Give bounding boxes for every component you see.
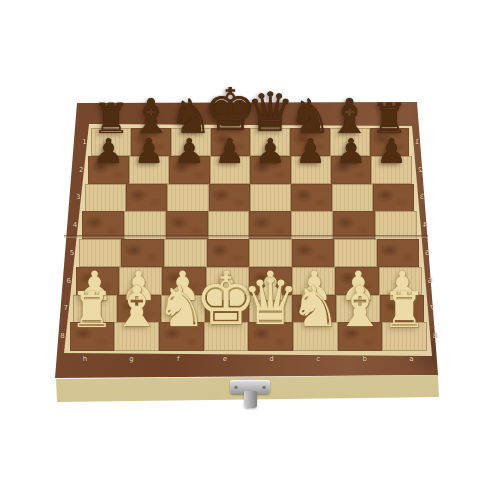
file-label-bottom-a: a: [409, 355, 413, 363]
black-pawn-h2: ♟: [93, 134, 124, 168]
fold-seam: [64, 235, 428, 238]
rank-label-right-1: 1: [415, 138, 419, 146]
white-bishop-b8: ♝: [335, 279, 385, 335]
white-knight-c8: ♞: [290, 279, 340, 335]
square-d3: [250, 184, 291, 212]
file-label-bottom-e: e: [223, 355, 227, 363]
square-f3: [167, 184, 208, 212]
file-label-bottom-h: h: [83, 355, 87, 363]
rank-label-right-7: 7: [430, 304, 434, 312]
black-pawn-a2: ♟: [376, 134, 407, 168]
file-label-bottom-g: g: [129, 355, 133, 363]
file-label-bottom-c: c: [316, 355, 320, 363]
black-pawn-d2: ♟: [255, 134, 286, 168]
black-pawn-b2: ♟: [336, 134, 367, 168]
square-b3: [332, 184, 373, 212]
rank-label-right-6: 6: [428, 277, 432, 285]
rank-label-right-3: 3: [420, 193, 424, 201]
square-h3: [85, 184, 126, 212]
rank-label-left-4: 4: [73, 221, 77, 229]
board-rank-row: [85, 184, 414, 212]
clasp-screw-icon: [234, 385, 238, 389]
rank-label-left-3: 3: [76, 193, 80, 201]
file-label-bottom-f: f: [177, 355, 179, 363]
box-clasp-tongue-icon: [244, 391, 257, 408]
rank-label-right-5: 5: [425, 249, 429, 257]
square-g3: [126, 184, 167, 212]
product-photo: 1122334455667788hgfedcba ♜♝♞♚♛♞♝♜♟♟♟♟♟♟♟…: [0, 0, 500, 500]
file-label-bottom-b: b: [363, 355, 367, 363]
white-rook-h8: ♜: [70, 285, 114, 334]
black-pawn-e2: ♟: [214, 134, 245, 168]
white-bishop-g8: ♝: [111, 279, 161, 335]
file-label-bottom-d: d: [269, 355, 273, 363]
black-pawn-c2: ♟: [295, 134, 326, 168]
square-a3: [373, 184, 414, 212]
square-e3: [209, 184, 250, 212]
rank-label-right-4: 4: [423, 221, 427, 229]
rank-label-left-8: 8: [60, 332, 64, 340]
rank-label-left-7: 7: [63, 304, 67, 312]
black-pawn-g2: ♟: [134, 134, 165, 168]
rank-label-left-5: 5: [70, 249, 74, 257]
rank-label-right-8: 8: [433, 332, 437, 340]
black-pawn-f2: ♟: [174, 134, 205, 168]
white-rook-a8: ♜: [382, 285, 426, 334]
rank-label-left-2: 2: [79, 166, 83, 174]
rank-label-right-2: 2: [418, 166, 422, 174]
clasp-screw-icon: [262, 385, 266, 389]
rank-label-left-1: 1: [82, 138, 86, 146]
square-c3: [291, 184, 332, 212]
